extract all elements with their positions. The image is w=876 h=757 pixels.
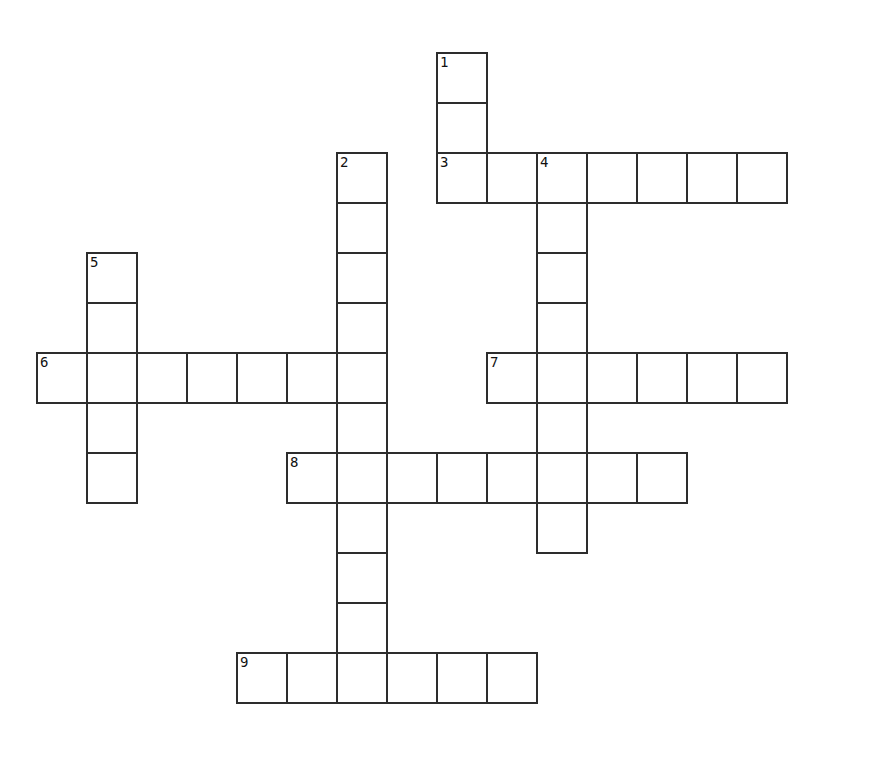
crossword-cell-r6-c0[interactable]: 6 bbox=[36, 352, 88, 404]
crossword-cell-r9-c10[interactable] bbox=[536, 502, 588, 554]
crossword-cell-r2-c11[interactable] bbox=[586, 152, 638, 204]
crossword-cell-r6-c2[interactable] bbox=[136, 352, 188, 404]
crossword-cell-r8-c8[interactable] bbox=[436, 452, 488, 504]
crossword-cell-r8-c11[interactable] bbox=[586, 452, 638, 504]
crossword-cell-r5-c6[interactable] bbox=[336, 302, 388, 354]
crossword-cell-r12-c7[interactable] bbox=[386, 652, 438, 704]
clue-number-1: 1 bbox=[440, 54, 448, 70]
clue-number-6: 6 bbox=[40, 354, 48, 370]
crossword-cell-r7-c1[interactable] bbox=[86, 402, 138, 454]
clue-number-8: 8 bbox=[290, 454, 298, 470]
crossword-cell-r12-c6[interactable] bbox=[336, 652, 388, 704]
crossword-cell-r8-c9[interactable] bbox=[486, 452, 538, 504]
crossword-cell-r8-c10[interactable] bbox=[536, 452, 588, 504]
crossword-cell-r2-c6[interactable]: 2 bbox=[336, 152, 388, 204]
crossword-cell-r2-c8[interactable]: 3 bbox=[436, 152, 488, 204]
crossword-cell-r12-c9[interactable] bbox=[486, 652, 538, 704]
crossword-cell-r7-c6[interactable] bbox=[336, 402, 388, 454]
crossword-cell-r6-c4[interactable] bbox=[236, 352, 288, 404]
clue-number-3: 3 bbox=[440, 154, 448, 170]
crossword-cell-r3-c6[interactable] bbox=[336, 202, 388, 254]
crossword-cell-r2-c10[interactable]: 4 bbox=[536, 152, 588, 204]
crossword-cell-r2-c9[interactable] bbox=[486, 152, 538, 204]
crossword-cell-r8-c1[interactable] bbox=[86, 452, 138, 504]
crossword-cell-r12-c5[interactable] bbox=[286, 652, 338, 704]
crossword-cell-r6-c13[interactable] bbox=[686, 352, 738, 404]
crossword-board: 123456789 bbox=[37, 53, 787, 703]
crossword-cell-r2-c13[interactable] bbox=[686, 152, 738, 204]
crossword-cell-r1-c8[interactable] bbox=[436, 102, 488, 154]
crossword-cell-r4-c10[interactable] bbox=[536, 252, 588, 304]
crossword-cell-r6-c3[interactable] bbox=[186, 352, 238, 404]
crossword-cell-r6-c14[interactable] bbox=[736, 352, 788, 404]
crossword-cell-r12-c4[interactable]: 9 bbox=[236, 652, 288, 704]
crossword-cell-r3-c10[interactable] bbox=[536, 202, 588, 254]
crossword-cell-r7-c10[interactable] bbox=[536, 402, 588, 454]
clue-number-5: 5 bbox=[90, 254, 98, 270]
crossword-cell-r8-c7[interactable] bbox=[386, 452, 438, 504]
clue-number-7: 7 bbox=[490, 354, 498, 370]
crossword-cell-r12-c8[interactable] bbox=[436, 652, 488, 704]
crossword-cell-r2-c14[interactable] bbox=[736, 152, 788, 204]
crossword-cell-r8-c12[interactable] bbox=[636, 452, 688, 504]
crossword-cell-r8-c6[interactable] bbox=[336, 452, 388, 504]
clue-number-9: 9 bbox=[240, 654, 248, 670]
crossword-cell-r4-c1[interactable]: 5 bbox=[86, 252, 138, 304]
crossword-cell-r9-c6[interactable] bbox=[336, 502, 388, 554]
clue-number-4: 4 bbox=[540, 154, 548, 170]
crossword-cell-r6-c11[interactable] bbox=[586, 352, 638, 404]
crossword-page: 123456789 bbox=[0, 0, 876, 757]
crossword-cell-r11-c6[interactable] bbox=[336, 602, 388, 654]
crossword-cell-r6-c10[interactable] bbox=[536, 352, 588, 404]
crossword-cell-r10-c6[interactable] bbox=[336, 552, 388, 604]
crossword-cell-r6-c12[interactable] bbox=[636, 352, 688, 404]
crossword-cell-r6-c9[interactable]: 7 bbox=[486, 352, 538, 404]
crossword-cell-r5-c10[interactable] bbox=[536, 302, 588, 354]
crossword-cell-r6-c6[interactable] bbox=[336, 352, 388, 404]
clue-number-2: 2 bbox=[340, 154, 348, 170]
crossword-cell-r6-c5[interactable] bbox=[286, 352, 338, 404]
crossword-cell-r6-c1[interactable] bbox=[86, 352, 138, 404]
crossword-cell-r8-c5[interactable]: 8 bbox=[286, 452, 338, 504]
crossword-cell-r2-c12[interactable] bbox=[636, 152, 688, 204]
crossword-cell-r0-c8[interactable]: 1 bbox=[436, 52, 488, 104]
crossword-cell-r4-c6[interactable] bbox=[336, 252, 388, 304]
crossword-cell-r5-c1[interactable] bbox=[86, 302, 138, 354]
